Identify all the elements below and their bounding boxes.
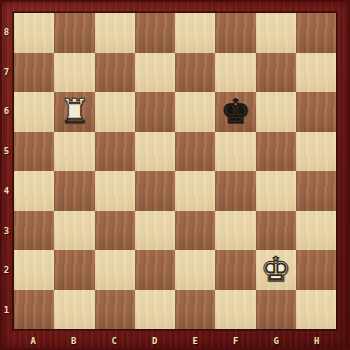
- file-label-g: G: [256, 331, 297, 350]
- square-a8[interactable]: [14, 13, 54, 53]
- square-c4[interactable]: [95, 171, 135, 211]
- white-king[interactable]: ♚: [260, 252, 290, 286]
- square-h8[interactable]: [296, 13, 336, 53]
- rank-label-3: 3: [0, 211, 13, 251]
- square-h7[interactable]: [296, 53, 336, 93]
- square-f8[interactable]: [215, 13, 255, 53]
- square-b6[interactable]: ♜: [54, 92, 94, 132]
- square-f3[interactable]: [215, 211, 255, 251]
- square-c3[interactable]: [95, 211, 135, 251]
- square-h6[interactable]: [296, 92, 336, 132]
- square-g5[interactable]: [256, 132, 296, 172]
- square-f5[interactable]: [215, 132, 255, 172]
- square-d6[interactable]: [135, 92, 175, 132]
- square-e3[interactable]: [175, 211, 215, 251]
- file-label-a: A: [13, 331, 54, 350]
- black-king[interactable]: ♚: [220, 94, 250, 128]
- square-c1[interactable]: [95, 290, 135, 330]
- square-c8[interactable]: [95, 13, 135, 53]
- square-a4[interactable]: [14, 171, 54, 211]
- square-a7[interactable]: [14, 53, 54, 93]
- rank-label-5: 5: [0, 131, 13, 171]
- square-c2[interactable]: [95, 250, 135, 290]
- square-f7[interactable]: [215, 53, 255, 93]
- square-e7[interactable]: [175, 53, 215, 93]
- square-f2[interactable]: [215, 250, 255, 290]
- square-a3[interactable]: [14, 211, 54, 251]
- square-g4[interactable]: [256, 171, 296, 211]
- square-e8[interactable]: [175, 13, 215, 53]
- square-g8[interactable]: [256, 13, 296, 53]
- square-h5[interactable]: [296, 132, 336, 172]
- rank-label-8: 8: [0, 12, 13, 52]
- square-f6[interactable]: ♚: [215, 92, 255, 132]
- square-a1[interactable]: [14, 290, 54, 330]
- square-d1[interactable]: [135, 290, 175, 330]
- square-b3[interactable]: [54, 211, 94, 251]
- square-d2[interactable]: [135, 250, 175, 290]
- white-rook[interactable]: ♜: [59, 94, 89, 128]
- file-label-f: F: [216, 331, 257, 350]
- square-a2[interactable]: [14, 250, 54, 290]
- square-g7[interactable]: [256, 53, 296, 93]
- square-a5[interactable]: [14, 132, 54, 172]
- square-d3[interactable]: [135, 211, 175, 251]
- rank-label-4: 4: [0, 171, 13, 211]
- square-e5[interactable]: [175, 132, 215, 172]
- square-d8[interactable]: [135, 13, 175, 53]
- square-c7[interactable]: [95, 53, 135, 93]
- rank-label-1: 1: [0, 290, 13, 330]
- square-b7[interactable]: [54, 53, 94, 93]
- square-b2[interactable]: [54, 250, 94, 290]
- square-d5[interactable]: [135, 132, 175, 172]
- file-label-e: E: [175, 331, 216, 350]
- square-h3[interactable]: [296, 211, 336, 251]
- chess-board-frame: 87654321 ♜♚♚ ABCDEFGH: [0, 0, 350, 350]
- square-d7[interactable]: [135, 53, 175, 93]
- square-e4[interactable]: [175, 171, 215, 211]
- square-b5[interactable]: [54, 132, 94, 172]
- rank-label-6: 6: [0, 92, 13, 132]
- file-labels: ABCDEFGH: [13, 331, 337, 350]
- square-h2[interactable]: [296, 250, 336, 290]
- file-label-b: B: [54, 331, 95, 350]
- square-g1[interactable]: [256, 290, 296, 330]
- square-a6[interactable]: [14, 92, 54, 132]
- square-b8[interactable]: [54, 13, 94, 53]
- file-label-h: H: [297, 331, 338, 350]
- square-e6[interactable]: [175, 92, 215, 132]
- square-f1[interactable]: [215, 290, 255, 330]
- square-g2[interactable]: ♚: [256, 250, 296, 290]
- square-d4[interactable]: [135, 171, 175, 211]
- square-e1[interactable]: [175, 290, 215, 330]
- square-h1[interactable]: [296, 290, 336, 330]
- square-c5[interactable]: [95, 132, 135, 172]
- square-b1[interactable]: [54, 290, 94, 330]
- rank-label-2: 2: [0, 251, 13, 291]
- square-b4[interactable]: [54, 171, 94, 211]
- square-h4[interactable]: [296, 171, 336, 211]
- rank-labels: 87654321: [0, 12, 13, 330]
- rank-label-7: 7: [0, 52, 13, 92]
- square-f4[interactable]: [215, 171, 255, 211]
- square-e2[interactable]: [175, 250, 215, 290]
- file-label-d: D: [135, 331, 176, 350]
- square-c6[interactable]: [95, 92, 135, 132]
- square-g6[interactable]: [256, 92, 296, 132]
- chess-board[interactable]: ♜♚♚: [13, 12, 337, 330]
- file-label-c: C: [94, 331, 135, 350]
- square-g3[interactable]: [256, 211, 296, 251]
